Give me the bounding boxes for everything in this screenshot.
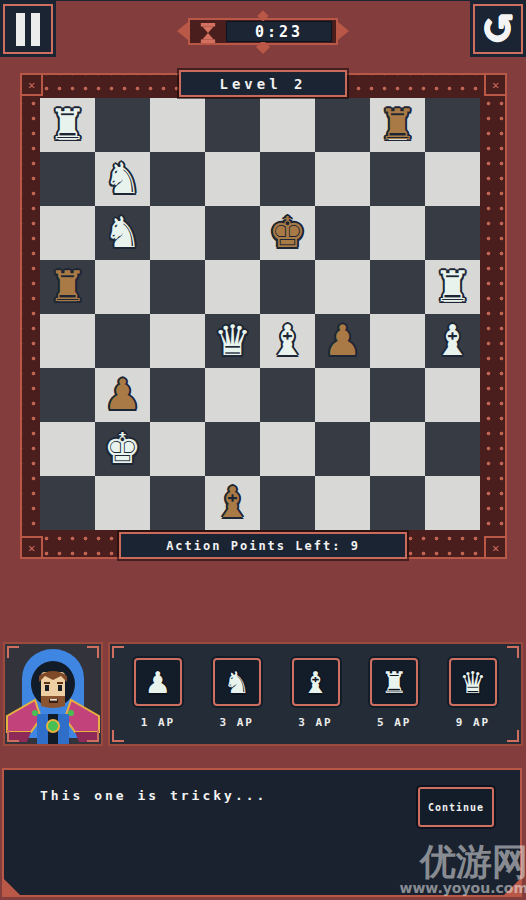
square-a2[interactable] xyxy=(40,422,95,476)
card-knight-box[interactable]: ♞ xyxy=(213,658,261,706)
rook-icon: ♜ xyxy=(381,665,408,700)
square-a6[interactable] xyxy=(40,206,95,260)
frame-corner-icon: ✕ xyxy=(484,536,507,559)
square-e1[interactable] xyxy=(260,476,315,530)
square-g7[interactable] xyxy=(370,152,425,206)
white-knight[interactable]: ♞ xyxy=(104,206,142,260)
dialog-text: This one is tricky... xyxy=(40,788,267,803)
square-c1[interactable] xyxy=(150,476,205,530)
square-b8[interactable] xyxy=(95,98,150,152)
card-rook[interactable]: ♜ 5 AP xyxy=(362,658,426,729)
square-g6[interactable] xyxy=(370,206,425,260)
square-h6[interactable] xyxy=(425,206,480,260)
square-h5[interactable]: ♜ xyxy=(425,260,480,314)
square-g1[interactable] xyxy=(370,476,425,530)
square-b7[interactable]: ♞ xyxy=(95,152,150,206)
square-f7[interactable] xyxy=(315,152,370,206)
square-f8[interactable] xyxy=(315,98,370,152)
square-d7[interactable] xyxy=(205,152,260,206)
restart-button[interactable]: ↺ xyxy=(470,1,526,57)
action-points-banner: Action Points Left: 9 xyxy=(119,532,407,559)
square-g8[interactable]: ♜ xyxy=(370,98,425,152)
white-knight[interactable]: ♞ xyxy=(104,152,142,206)
white-queen[interactable]: ♛ xyxy=(214,314,252,368)
knight-icon: ♞ xyxy=(223,665,250,700)
square-a4[interactable] xyxy=(40,314,95,368)
square-d4[interactable]: ♛ xyxy=(205,314,260,368)
square-c8[interactable] xyxy=(150,98,205,152)
square-e8[interactable] xyxy=(260,98,315,152)
card-bishop-cost: 3 AP xyxy=(298,716,333,729)
corner-flourish-icon xyxy=(7,646,19,658)
brown-king[interactable]: ♚ xyxy=(269,206,307,260)
square-g3[interactable] xyxy=(370,368,425,422)
pause-button[interactable] xyxy=(0,1,56,57)
square-b2[interactable]: ♚ xyxy=(95,422,150,476)
piece-tray: ♟ 1 AP ♞ 3 AP ♝ 3 AP ♜ 5 AP xyxy=(108,642,523,746)
square-f6[interactable] xyxy=(315,206,370,260)
card-bishop-box[interactable]: ♝ xyxy=(292,658,340,706)
card-knight-cost: 3 AP xyxy=(220,716,255,729)
pause-button-border xyxy=(3,4,53,54)
square-a3[interactable] xyxy=(40,368,95,422)
continue-button-label: Continue xyxy=(428,802,484,813)
card-pawn-box[interactable]: ♟ xyxy=(134,658,182,706)
square-d8[interactable] xyxy=(205,98,260,152)
card-rook-cost: 5 AP xyxy=(377,716,412,729)
square-d3[interactable] xyxy=(205,368,260,422)
frame-corner-icon: ✕ xyxy=(20,536,43,559)
level-banner: Level 2 xyxy=(179,70,347,97)
restart-icon: ↺ xyxy=(470,1,526,57)
card-queen-box[interactable]: ♛ xyxy=(449,658,497,706)
corner-flourish-icon xyxy=(87,730,99,742)
square-a1[interactable] xyxy=(40,476,95,530)
square-e4[interactable]: ♝ xyxy=(260,314,315,368)
square-c7[interactable] xyxy=(150,152,205,206)
white-bishop[interactable]: ♝ xyxy=(269,314,307,368)
card-knight[interactable]: ♞ 3 AP xyxy=(205,658,269,729)
square-g2[interactable] xyxy=(370,422,425,476)
square-d5[interactable] xyxy=(205,260,260,314)
square-f3[interactable] xyxy=(315,368,370,422)
square-c5[interactable] xyxy=(150,260,205,314)
square-d1[interactable]: ♝ xyxy=(205,476,260,530)
chess-board: ♜♜♞♞♚♜♜♛♝♟♝♟♚♝ xyxy=(40,98,480,530)
square-b5[interactable] xyxy=(95,260,150,314)
square-f5[interactable] xyxy=(315,260,370,314)
wizard-avatar xyxy=(5,644,101,744)
square-a5[interactable]: ♜ xyxy=(40,260,95,314)
queen-icon: ♛ xyxy=(460,665,487,700)
brown-bishop[interactable]: ♝ xyxy=(214,476,252,530)
watermark-url: www.yoyou.com xyxy=(399,881,526,895)
square-b3[interactable]: ♟ xyxy=(95,368,150,422)
level-label: Level 2 xyxy=(219,76,306,92)
brown-rook[interactable]: ♜ xyxy=(379,98,417,152)
card-queen-cost: 9 AP xyxy=(456,716,491,729)
timer-badge: 0:23 xyxy=(188,18,338,45)
square-e2[interactable] xyxy=(260,422,315,476)
square-e3[interactable] xyxy=(260,368,315,422)
corner-flourish-icon xyxy=(87,646,99,658)
square-a7[interactable] xyxy=(40,152,95,206)
game-screen: 0:23 ↺ ✕ ✕ ✕ ✕ ♜♜♞♞♚♜♜♛♝♟♝♟♚♝ Level 2 Ac… xyxy=(0,0,526,900)
continue-button[interactable]: Continue xyxy=(418,787,494,827)
square-h4[interactable]: ♝ xyxy=(425,314,480,368)
card-bishop[interactable]: ♝ 3 AP xyxy=(284,658,348,729)
square-g4[interactable] xyxy=(370,314,425,368)
white-rook[interactable]: ♜ xyxy=(49,98,87,152)
square-h8[interactable] xyxy=(425,98,480,152)
frame-corner-icon: ✕ xyxy=(484,73,507,96)
card-rook-box[interactable]: ♜ xyxy=(370,658,418,706)
square-h1[interactable] xyxy=(425,476,480,530)
square-h2[interactable] xyxy=(425,422,480,476)
square-c6[interactable] xyxy=(150,206,205,260)
square-e7[interactable] xyxy=(260,152,315,206)
pawn-icon: ♟ xyxy=(145,665,172,700)
square-d2[interactable] xyxy=(205,422,260,476)
card-queen[interactable]: ♛ 9 AP xyxy=(441,658,505,729)
white-rook[interactable]: ♜ xyxy=(434,260,472,314)
square-b6[interactable]: ♞ xyxy=(95,206,150,260)
pause-icon xyxy=(31,13,40,46)
square-c4[interactable] xyxy=(150,314,205,368)
timer-value: 0:23 xyxy=(226,21,332,42)
square-f2[interactable] xyxy=(315,422,370,476)
white-king[interactable]: ♚ xyxy=(104,422,142,476)
brown-rook[interactable]: ♜ xyxy=(49,260,87,314)
plaque-ornament xyxy=(257,10,268,21)
square-e5[interactable] xyxy=(260,260,315,314)
square-f4[interactable]: ♟ xyxy=(315,314,370,368)
tray-cards: ♟ 1 AP ♞ 3 AP ♝ 3 AP ♜ 5 AP xyxy=(110,644,521,744)
brown-pawn[interactable]: ♟ xyxy=(324,314,362,368)
watermark-title: 优游网 xyxy=(399,844,526,880)
frame-corner-icon: ✕ xyxy=(20,73,43,96)
square-f1[interactable] xyxy=(315,476,370,530)
square-h7[interactable] xyxy=(425,152,480,206)
action-points-label: Action Points Left: 9 xyxy=(166,539,360,553)
bishop-icon: ♝ xyxy=(302,665,329,700)
square-c2[interactable] xyxy=(150,422,205,476)
plaque-ornament xyxy=(256,40,270,54)
corner-flourish-icon xyxy=(7,730,19,742)
white-bishop[interactable]: ♝ xyxy=(434,314,472,368)
square-c3[interactable] xyxy=(150,368,205,422)
square-a8[interactable]: ♜ xyxy=(40,98,95,152)
square-h3[interactable] xyxy=(425,368,480,422)
watermark: 优游网 www.yoyou.com xyxy=(399,844,526,895)
square-b1[interactable] xyxy=(95,476,150,530)
square-d6[interactable] xyxy=(205,206,260,260)
dialog-panel: This one is tricky... Continue 优游网 www.y… xyxy=(2,768,522,897)
card-pawn-cost: 1 AP xyxy=(141,716,176,729)
pause-icon xyxy=(16,13,25,46)
character-portrait xyxy=(3,642,103,746)
hourglass-icon xyxy=(199,23,217,43)
square-b4[interactable] xyxy=(95,314,150,368)
card-pawn[interactable]: ♟ 1 AP xyxy=(126,658,190,729)
square-g5[interactable] xyxy=(370,260,425,314)
brown-pawn[interactable]: ♟ xyxy=(104,368,142,422)
square-e6[interactable]: ♚ xyxy=(260,206,315,260)
